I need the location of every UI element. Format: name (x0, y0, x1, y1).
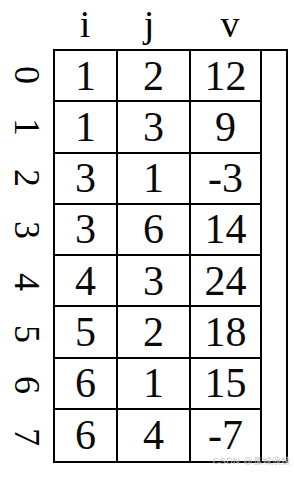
cell-r6-i: 6 (55, 359, 118, 410)
cell-r4-j: 3 (118, 256, 191, 307)
cell-r2-j: 1 (118, 154, 191, 205)
cell-r7-v: -7 (191, 410, 260, 461)
cell-r4-i: 4 (55, 256, 118, 307)
row-label-4: 4 (6, 256, 48, 308)
row-label-0: 0 (6, 49, 48, 101)
cell-r6-j: 1 (118, 359, 191, 410)
row-index-labels: 0 1 2 3 4 5 6 7 (6, 49, 48, 463)
column-header-i: i (80, 2, 91, 46)
row-label-6: 6 (6, 360, 48, 412)
cell-r1-v: 9 (191, 102, 260, 153)
cell-r6-v: 15 (191, 359, 260, 410)
row-label-3: 3 (6, 204, 48, 256)
cell-r4-v: 24 (191, 256, 260, 307)
cell-r1-j: 3 (118, 102, 191, 153)
cell-r2-i: 3 (55, 154, 118, 205)
cell-r0-v: 12 (191, 51, 260, 102)
row-label-1: 1 (6, 101, 48, 153)
cell-r5-i: 5 (55, 307, 118, 358)
cell-r1-i: 1 (55, 102, 118, 153)
column-header-v: v (221, 2, 240, 46)
cell-r3-i: 3 (55, 205, 118, 256)
column-header-j: j (144, 2, 155, 46)
cell-r7-i: 6 (55, 410, 118, 461)
cell-r5-v: 18 (191, 307, 260, 358)
cell-r5-j: 2 (118, 307, 191, 358)
row-label-2: 2 (6, 153, 48, 205)
right-empty-column (262, 49, 288, 463)
row-label-7: 7 (6, 411, 48, 463)
cell-r3-v: 14 (191, 205, 260, 256)
cell-r0-i: 1 (55, 51, 118, 102)
triples-grid: 1 2 12 1 3 9 3 1 -3 3 6 14 4 3 24 5 2 18… (53, 49, 262, 463)
cell-r3-j: 6 (118, 205, 191, 256)
triples-table-figure: i j v 0 1 2 3 4 5 6 7 1 2 12 1 3 9 3 1 -… (0, 0, 294, 479)
cell-r7-j: 4 (118, 410, 191, 461)
cell-r0-j: 2 (118, 51, 191, 102)
csdn-watermark: CSDN @孤城浪猿 (213, 456, 291, 467)
row-label-5: 5 (6, 308, 48, 360)
cell-r2-v: -3 (191, 154, 260, 205)
